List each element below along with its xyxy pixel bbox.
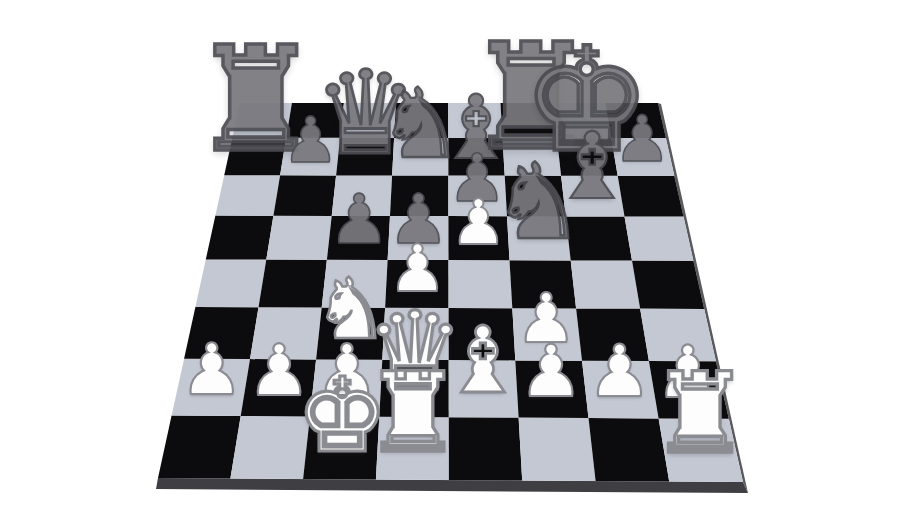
square-c3 (316, 307, 385, 359)
square-f3 (512, 308, 582, 361)
square-d3 (382, 308, 448, 360)
square-f5 (507, 216, 571, 260)
square-e3 (449, 308, 516, 361)
square-h3 (640, 309, 716, 362)
square-b1 (230, 416, 310, 479)
square-b5 (266, 216, 331, 260)
square-a3 (184, 307, 258, 359)
chessboard (0, 0, 910, 512)
square-g7 (557, 138, 618, 176)
square-b3 (250, 307, 322, 359)
square-d1 (376, 417, 449, 480)
square-f8 (501, 103, 557, 138)
square-b7 (280, 138, 340, 176)
square-d4 (385, 260, 449, 308)
square-g3 (576, 308, 649, 361)
square-b2 (241, 359, 316, 416)
square-a6 (215, 175, 280, 216)
square-a1 (158, 416, 241, 479)
square-h8 (605, 103, 666, 138)
square-e8 (448, 103, 502, 138)
square-h1 (659, 418, 743, 482)
square-c1 (303, 416, 379, 479)
square-b6 (273, 175, 336, 216)
square-f6 (505, 176, 566, 217)
square-d6 (390, 175, 448, 216)
square-h5 (625, 217, 694, 261)
square-f7 (503, 138, 562, 176)
square-g1 (589, 418, 670, 482)
square-f4 (510, 260, 577, 308)
square-f2 (515, 360, 588, 418)
square-h2 (649, 361, 729, 419)
square-b8 (286, 103, 344, 138)
square-c6 (332, 175, 392, 216)
square-g8 (553, 103, 611, 138)
square-f1 (519, 418, 596, 481)
square-d2 (379, 360, 449, 417)
square-g6 (561, 176, 624, 217)
square-h6 (618, 176, 684, 217)
square-h4 (632, 261, 704, 309)
board-scene[interactable]: ♜♟♛♞♝♜♚♟♟♝♟♟♞♟♟♞♟♟♟♟♛♝♟♟♟♚♜♜ (0, 0, 910, 512)
square-c8 (340, 103, 396, 138)
square-g2 (582, 361, 659, 419)
square-g4 (571, 261, 640, 309)
square-d7 (392, 138, 448, 176)
square-c7 (336, 138, 394, 176)
square-e6 (448, 176, 507, 217)
square-e4 (449, 260, 513, 308)
square-c2 (310, 359, 382, 416)
square-d8 (394, 103, 448, 138)
square-h7 (611, 138, 674, 176)
square-e7 (448, 138, 504, 176)
square-e5 (448, 216, 509, 260)
square-a7 (224, 138, 286, 176)
square-c5 (327, 216, 390, 260)
square-b4 (259, 260, 327, 308)
square-a2 (172, 359, 250, 416)
square-d5 (388, 216, 449, 260)
square-a8 (232, 103, 292, 138)
square-c4 (322, 260, 388, 308)
square-a5 (206, 216, 274, 260)
square-e2 (449, 360, 519, 418)
square-e1 (449, 417, 522, 480)
square-g5 (566, 216, 632, 260)
square-a4 (195, 259, 266, 307)
